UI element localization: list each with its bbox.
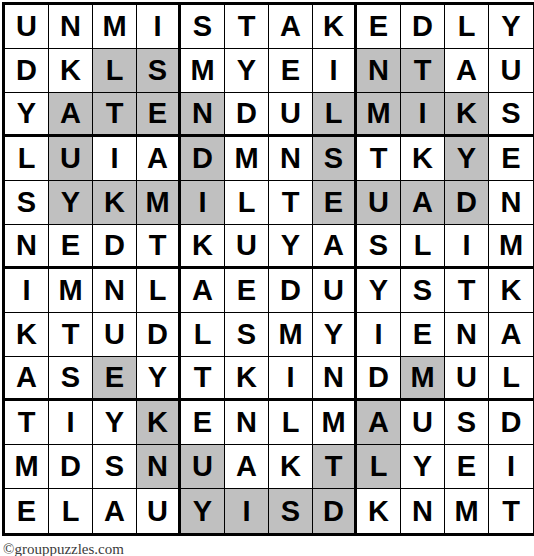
grid-cell: L	[5, 137, 49, 181]
cell-letter: M	[14, 452, 38, 481]
cell-letter: Y	[17, 99, 36, 128]
cell-letter: E	[324, 188, 343, 217]
grid-cell: E	[489, 137, 533, 181]
grid-cell: Y	[357, 269, 401, 313]
cell-letter: S	[369, 231, 388, 260]
grid-cell: K	[181, 225, 225, 269]
grid-cell: E	[445, 445, 489, 489]
grid-cell: S	[181, 5, 225, 49]
cell-letter: N	[16, 231, 37, 260]
grid-cell: U	[401, 401, 445, 445]
cell-letter: T	[238, 12, 256, 41]
cell-letter: L	[62, 497, 80, 526]
cell-letter: Y	[281, 231, 300, 260]
cell-letter: L	[238, 188, 256, 217]
grid-cell: N	[313, 357, 357, 401]
grid-cell: T	[445, 269, 489, 313]
grid-cell: Y	[445, 137, 489, 181]
cell-letter: K	[147, 408, 168, 437]
grid-cell: Y	[137, 357, 181, 401]
cell-letter: U	[456, 363, 477, 392]
cell-letter: E	[237, 276, 256, 305]
cell-letter: A	[280, 12, 301, 41]
cell-letter: U	[192, 452, 213, 481]
cell-letter: M	[102, 12, 126, 41]
grid-cell: M	[269, 313, 313, 357]
grid-cell: T	[489, 489, 533, 533]
grid-cell: K	[269, 445, 313, 489]
grid-cell: S	[401, 269, 445, 313]
cell-letter: U	[104, 320, 125, 349]
cell-letter: N	[236, 408, 257, 437]
grid-cell: A	[225, 445, 269, 489]
cell-letter: D	[456, 188, 477, 217]
cell-letter: L	[325, 99, 343, 128]
cell-letter: U	[323, 276, 344, 305]
grid-cell: L	[357, 445, 401, 489]
grid-cell: N	[137, 445, 181, 489]
cell-letter: Y	[501, 12, 520, 41]
grid-cell: Y	[269, 225, 313, 269]
cell-letter: S	[193, 12, 212, 41]
grid-cell: L	[181, 313, 225, 357]
grid-cell: A	[93, 489, 137, 533]
grid-cell: D	[225, 93, 269, 137]
cell-letter: U	[280, 99, 301, 128]
grid-cell: U	[181, 445, 225, 489]
cell-letter: L	[414, 231, 432, 260]
cell-letter: U	[501, 56, 522, 85]
grid-cell: E	[225, 269, 269, 313]
cell-letter: N	[280, 144, 301, 173]
grid-cell: K	[225, 357, 269, 401]
cell-letter: N	[412, 497, 433, 526]
cell-letter: I	[418, 99, 426, 128]
cell-letter: Y	[457, 144, 476, 173]
cell-letter: K	[368, 497, 389, 526]
cell-letter: Y	[413, 452, 432, 481]
cell-letter: S	[61, 363, 80, 392]
grid-cell: K	[5, 313, 49, 357]
cell-letter: T	[18, 408, 36, 437]
grid-cell: L	[401, 225, 445, 269]
grid-cell: T	[137, 225, 181, 269]
cell-letter: S	[237, 320, 256, 349]
grid-cell: Y	[225, 49, 269, 93]
grid-cell: N	[401, 489, 445, 533]
cell-letter: L	[282, 408, 300, 437]
grid-cell: S	[5, 181, 49, 225]
cell-letter: S	[105, 452, 124, 481]
grid-cell: L	[49, 489, 93, 533]
grid-cell: D	[181, 137, 225, 181]
grid-cell: I	[181, 181, 225, 225]
grid-cell: S	[445, 401, 489, 445]
cell-letter: K	[192, 231, 213, 260]
cell-letter: S	[148, 56, 167, 85]
grid-cell: I	[357, 313, 401, 357]
grid-cell: N	[49, 5, 93, 49]
grid-cell: I	[401, 93, 445, 137]
grid-cell: Y	[313, 313, 357, 357]
grid-cell: I	[137, 5, 181, 49]
cell-letter: D	[501, 408, 522, 437]
cell-letter: D	[192, 144, 213, 173]
grid-cell: U	[137, 489, 181, 533]
cell-letter: T	[458, 276, 476, 305]
cell-letter: K	[16, 320, 37, 349]
grid-cell: D	[445, 181, 489, 225]
cell-letter: U	[412, 408, 433, 437]
grid-cell: A	[137, 137, 181, 181]
cell-letter: I	[374, 320, 382, 349]
puzzle-page: UNMISTAKEDLYDKLSMYEINTAUYATENDULMIKSLUIA…	[0, 0, 534, 556]
grid-cell: N	[269, 137, 313, 181]
grid-cell: M	[313, 401, 357, 445]
grid-cell: T	[5, 401, 49, 445]
cell-letter: T	[502, 497, 520, 526]
grid-cell: L	[445, 5, 489, 49]
grid-cell: A	[5, 357, 49, 401]
grid-cell: D	[93, 225, 137, 269]
cell-letter: L	[370, 452, 388, 481]
grid-cell: U	[489, 49, 533, 93]
cell-letter: M	[278, 320, 302, 349]
grid-cell: M	[401, 357, 445, 401]
cell-letter: I	[329, 56, 337, 85]
grid-cell: S	[489, 93, 533, 137]
grid-cell: S	[269, 489, 313, 533]
cell-letter: E	[61, 231, 80, 260]
grid-cell: E	[93, 357, 137, 401]
cell-letter: M	[321, 408, 345, 437]
grid-cell: L	[93, 49, 137, 93]
cell-letter: M	[454, 497, 478, 526]
cell-letter: T	[325, 452, 343, 481]
grid-cell: L	[225, 181, 269, 225]
grid-cell: T	[313, 445, 357, 489]
cell-letter: A	[16, 363, 37, 392]
grid-cell: I	[445, 225, 489, 269]
grid-cell: I	[269, 357, 313, 401]
grid-cell: M	[93, 5, 137, 49]
grid-cell: E	[357, 5, 401, 49]
grid-cell: I	[489, 445, 533, 489]
grid-cell: M	[445, 489, 489, 533]
cell-letter: T	[370, 144, 388, 173]
grid-cell: U	[93, 313, 137, 357]
cell-letter: A	[501, 320, 522, 349]
grid-cell: D	[401, 5, 445, 49]
grid-cell: A	[181, 269, 225, 313]
cell-letter: E	[369, 12, 388, 41]
grid-cell: M	[49, 269, 93, 313]
cell-letter: I	[462, 231, 470, 260]
grid-cell: N	[445, 313, 489, 357]
cell-letter: K	[412, 144, 433, 173]
cell-letter: K	[60, 56, 81, 85]
grid-cell: I	[5, 269, 49, 313]
cell-letter: S	[457, 408, 476, 437]
grid-cell: I	[49, 401, 93, 445]
grid-cell: N	[489, 181, 533, 225]
grid-cell: D	[313, 489, 357, 533]
cell-letter: D	[323, 497, 344, 526]
cell-letter: D	[104, 231, 125, 260]
grid-cell: A	[313, 225, 357, 269]
cell-letter: I	[242, 497, 250, 526]
grid-cell: D	[5, 49, 49, 93]
grid-cell: M	[357, 93, 401, 137]
cell-letter: U	[368, 188, 389, 217]
cell-letter: S	[281, 497, 300, 526]
grid-cell: T	[93, 93, 137, 137]
cell-letter: K	[236, 363, 257, 392]
cell-letter: U	[16, 12, 37, 41]
cell-letter: D	[280, 276, 301, 305]
cell-letter: A	[60, 99, 81, 128]
grid-cell: M	[225, 137, 269, 181]
cell-letter: A	[236, 452, 257, 481]
grid-cell: M	[489, 225, 533, 269]
grid-cell: U	[313, 269, 357, 313]
cell-letter: E	[281, 56, 300, 85]
cell-letter: A	[147, 144, 168, 173]
cell-letter: A	[104, 497, 125, 526]
cell-letter: U	[60, 144, 81, 173]
cell-letter: I	[507, 452, 515, 481]
cell-letter: N	[104, 276, 125, 305]
cell-letter: I	[286, 363, 294, 392]
grid-cell: E	[313, 181, 357, 225]
grid-cell: D	[137, 313, 181, 357]
cell-letter: D	[147, 320, 168, 349]
grid-cell: T	[357, 137, 401, 181]
cell-letter: T	[62, 320, 80, 349]
grid-cell: U	[5, 5, 49, 49]
cell-letter: E	[148, 99, 167, 128]
cell-letter: S	[324, 144, 343, 173]
cell-letter: A	[368, 408, 389, 437]
grid-cell: N	[357, 49, 401, 93]
cell-letter: K	[280, 452, 301, 481]
cell-letter: E	[193, 408, 212, 437]
cell-letter: Y	[61, 188, 80, 217]
grid-cell: N	[5, 225, 49, 269]
cell-letter: D	[60, 452, 81, 481]
grid-cell: S	[357, 225, 401, 269]
cell-letter: L	[502, 363, 520, 392]
grid-cell: I	[93, 137, 137, 181]
cell-letter: I	[153, 12, 161, 41]
cell-letter: L	[458, 12, 476, 41]
grid-cell: S	[225, 313, 269, 357]
cell-letter: I	[66, 408, 74, 437]
grid-cell: Y	[181, 489, 225, 533]
grid-cell: T	[401, 49, 445, 93]
copyright-text: ©grouppuzzles.com	[3, 541, 534, 556]
grid-cell: T	[181, 357, 225, 401]
cell-letter: E	[105, 363, 124, 392]
cell-letter: I	[198, 188, 206, 217]
grid-cell: Y	[5, 93, 49, 137]
cell-letter: E	[457, 452, 476, 481]
cell-letter: A	[456, 56, 477, 85]
cell-letter: T	[106, 99, 124, 128]
cell-letter: N	[192, 99, 213, 128]
cell-letter: L	[106, 56, 124, 85]
grid-cell: U	[445, 357, 489, 401]
grid-cell: M	[181, 49, 225, 93]
cell-letter: K	[456, 99, 477, 128]
cell-letter: U	[236, 231, 257, 260]
grid-cell: N	[93, 269, 137, 313]
grid-cell: D	[49, 445, 93, 489]
grid-cell: E	[137, 93, 181, 137]
grid-cell: K	[445, 93, 489, 137]
grid-cell: T	[225, 5, 269, 49]
cell-letter: A	[412, 188, 433, 217]
grid-cell: I	[225, 489, 269, 533]
grid-cell: S	[137, 49, 181, 93]
cell-letter: N	[501, 188, 522, 217]
grid-cell: E	[269, 49, 313, 93]
cell-letter: D	[16, 56, 37, 85]
grid-cell: E	[181, 401, 225, 445]
grid-cell: D	[489, 401, 533, 445]
cell-letter: D	[236, 99, 257, 128]
grid-cell: M	[5, 445, 49, 489]
grid-cell: L	[489, 357, 533, 401]
cell-letter: Y	[324, 320, 343, 349]
cell-letter: S	[501, 99, 520, 128]
cell-letter: K	[501, 276, 522, 305]
grid-cell: Y	[401, 445, 445, 489]
cell-letter: D	[412, 12, 433, 41]
grid-cell: S	[93, 445, 137, 489]
cell-letter: L	[149, 276, 167, 305]
grid-cell: Y	[49, 181, 93, 225]
grid-cell: S	[49, 357, 93, 401]
cell-letter: K	[323, 12, 344, 41]
grid-cell: M	[137, 181, 181, 225]
cell-letter: M	[190, 56, 214, 85]
grid-cell: U	[49, 137, 93, 181]
cell-letter: T	[149, 231, 167, 260]
cell-letter: T	[414, 56, 432, 85]
cell-letter: N	[456, 320, 477, 349]
cell-letter: M	[410, 363, 434, 392]
grid-cell: T	[269, 181, 313, 225]
cell-letter: Y	[237, 56, 256, 85]
grid-cell: Y	[489, 5, 533, 49]
grid-cell: A	[401, 181, 445, 225]
grid-cell: D	[357, 357, 401, 401]
grid-cell: U	[269, 93, 313, 137]
cell-letter: Y	[193, 497, 212, 526]
grid-cell: A	[49, 93, 93, 137]
grid-cell: S	[313, 137, 357, 181]
grid-cell: K	[313, 5, 357, 49]
cell-letter: S	[413, 276, 432, 305]
grid-cell: I	[313, 49, 357, 93]
grid-cell: K	[401, 137, 445, 181]
cell-letter: E	[501, 144, 520, 173]
grid-cell: L	[269, 401, 313, 445]
grid-cell: E	[5, 489, 49, 533]
cell-letter: T	[282, 188, 300, 217]
grid-cell: L	[313, 93, 357, 137]
cell-letter: E	[17, 497, 36, 526]
grid-cell: E	[49, 225, 93, 269]
cell-letter: K	[104, 188, 125, 217]
grid-cell: K	[49, 49, 93, 93]
cell-letter: T	[194, 363, 212, 392]
cell-letter: N	[147, 452, 168, 481]
cell-letter: N	[60, 12, 81, 41]
cell-letter: D	[368, 363, 389, 392]
grid-cell: K	[357, 489, 401, 533]
cell-letter: Y	[105, 408, 124, 437]
cell-letter: M	[145, 188, 169, 217]
grid-cell: Y	[93, 401, 137, 445]
cell-letter: S	[17, 188, 36, 217]
grid-cell: U	[357, 181, 401, 225]
grid-cell: A	[269, 5, 313, 49]
cell-letter: Y	[148, 363, 167, 392]
grid-cell: N	[181, 93, 225, 137]
grid-cell: U	[225, 225, 269, 269]
grid-cell: D	[269, 269, 313, 313]
cell-letter: Y	[369, 276, 388, 305]
grid-cell: E	[401, 313, 445, 357]
cell-letter: E	[413, 320, 432, 349]
cell-letter: M	[234, 144, 258, 173]
cell-letter: M	[499, 231, 523, 260]
cell-letter: M	[366, 99, 390, 128]
cell-letter: N	[368, 56, 389, 85]
cell-letter: A	[192, 276, 213, 305]
grid-cell: L	[137, 269, 181, 313]
cell-letter: I	[110, 144, 118, 173]
cell-letter: L	[194, 320, 212, 349]
grid-cell: N	[225, 401, 269, 445]
grid-cell: K	[93, 181, 137, 225]
grid-cell: T	[49, 313, 93, 357]
cell-letter: U	[147, 497, 168, 526]
cell-letter: L	[18, 144, 36, 173]
grid-cell: A	[489, 313, 533, 357]
cell-letter: I	[22, 276, 30, 305]
cell-letter: M	[58, 276, 82, 305]
grid-cell: K	[137, 401, 181, 445]
sudoku-grid: UNMISTAKEDLYDKLSMYEINTAUYATENDULMIKSLUIA…	[2, 2, 534, 536]
cell-letter: A	[323, 231, 344, 260]
cell-letter: N	[323, 363, 344, 392]
grid-cell: A	[357, 401, 401, 445]
grid-cell: A	[445, 49, 489, 93]
grid-cell: K	[489, 269, 533, 313]
